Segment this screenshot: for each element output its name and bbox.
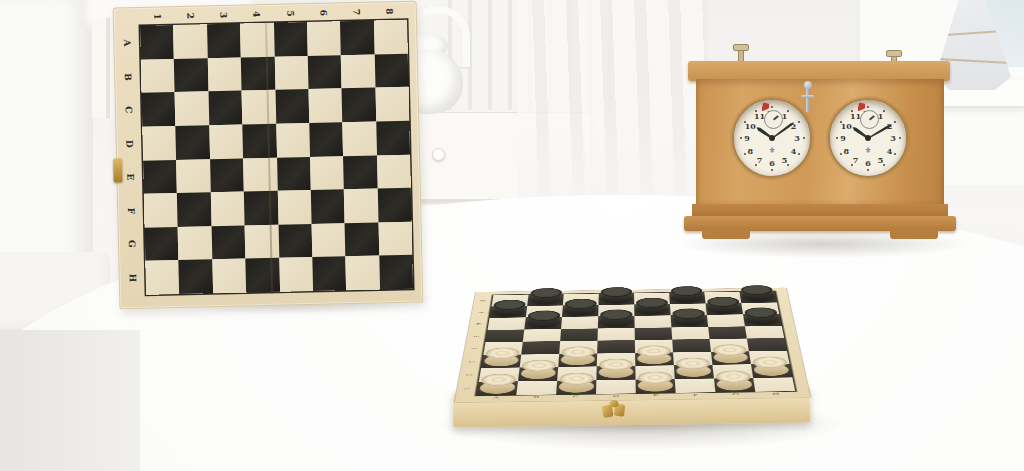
standing-square-E8 — [377, 154, 411, 188]
standing-square-B8 — [374, 53, 408, 87]
dial-number: 7 — [853, 155, 859, 165]
black-checker-b8[interactable] — [530, 295, 561, 305]
standing-square-F8 — [377, 188, 411, 222]
board-square-h6[interactable] — [743, 314, 782, 326]
standing-square-E3 — [210, 158, 244, 192]
standing-square-F6 — [311, 189, 345, 223]
standing-square-E1 — [143, 160, 177, 194]
white-checker-h2[interactable] — [754, 365, 790, 377]
standing-square-D6 — [309, 122, 343, 156]
board-square-b4[interactable] — [521, 341, 560, 354]
clock-top-cap — [688, 61, 950, 81]
rank-label: 1 — [446, 386, 487, 392]
rank-label: 5 — [457, 334, 495, 339]
standing-square-D5 — [276, 123, 310, 157]
standing-square-G5 — [278, 224, 312, 258]
standing-square-F7 — [344, 189, 378, 223]
standing-square-F5 — [277, 190, 311, 224]
clock-button-left[interactable] — [733, 44, 749, 51]
rank-label: 4 — [455, 346, 494, 351]
minute-marker-dot — [798, 121, 800, 123]
standing-square-F1 — [144, 193, 178, 227]
file-label: G — [716, 393, 757, 399]
board-square-d6[interactable] — [598, 316, 635, 328]
winding-key-head — [804, 81, 812, 89]
board-square-d5[interactable] — [598, 328, 635, 341]
black-checker-d6[interactable] — [600, 317, 632, 328]
standing-square-E2 — [176, 159, 210, 193]
winding-key-stem[interactable] — [806, 86, 809, 112]
white-checker-f2[interactable] — [677, 366, 711, 378]
minute-marker-dot — [894, 121, 896, 123]
white-chair-back — [0, 0, 93, 288]
board-square-e3[interactable] — [635, 352, 674, 366]
dial-number: 5 — [878, 155, 884, 165]
standing-square-D7 — [343, 121, 377, 155]
drawer-knob — [432, 148, 445, 161]
black-checker-e7[interactable] — [637, 305, 668, 315]
black-checker-c7[interactable] — [565, 306, 596, 316]
dial-number: 10 — [745, 121, 756, 131]
standing-square-A4 — [240, 23, 274, 57]
minute-marker-dot — [851, 164, 853, 166]
board-square-h5[interactable] — [745, 326, 784, 339]
minute-marker-dot — [771, 169, 773, 171]
standing-square-G6 — [311, 223, 345, 257]
standing-square-H5 — [279, 257, 313, 291]
board-square-h4[interactable] — [747, 338, 787, 351]
board-square-e6[interactable] — [634, 315, 671, 327]
board-square-c7[interactable] — [562, 305, 599, 317]
clock-dial-right: 121234567891011⚜ — [828, 98, 908, 178]
dial-number: 1 — [878, 111, 884, 121]
standing-square-D4 — [242, 124, 276, 158]
standing-square-C8 — [375, 87, 409, 121]
standing-square-G7 — [345, 222, 379, 256]
standing-square-C7 — [342, 88, 376, 122]
seconds-subdial — [860, 110, 879, 129]
file-label: B — [516, 395, 557, 401]
dial-hub — [865, 135, 871, 141]
white-checker-d2[interactable] — [599, 367, 633, 379]
minute-marker-dot — [787, 110, 789, 112]
dial-number: 10 — [841, 121, 852, 131]
seconds-subdial — [764, 110, 783, 129]
dial-number: 7 — [757, 155, 763, 165]
clock-foot-right — [890, 229, 938, 239]
board-square-e7[interactable] — [634, 304, 670, 316]
dial-number: 4 — [791, 146, 797, 156]
minute-marker-dot — [836, 137, 838, 139]
checkers-board: ABCDEFGH 87654321 — [455, 288, 811, 403]
board-square-d1[interactable] — [596, 379, 636, 394]
standing-square-B2 — [174, 58, 208, 92]
board-square-f1[interactable] — [675, 378, 716, 393]
board-square-b6[interactable] — [524, 317, 562, 329]
white-checker-e1[interactable] — [638, 380, 673, 392]
board-square-b2[interactable] — [518, 367, 558, 381]
standing-square-H4 — [245, 258, 279, 292]
minute-marker-dot — [787, 164, 789, 166]
board-square-b8[interactable] — [527, 294, 564, 306]
standing-square-H6 — [312, 257, 346, 291]
board-tilt-plane: ABCDEFGH 87654321 — [455, 288, 811, 403]
dial-number: 4 — [887, 146, 893, 156]
dial-number: 9 — [840, 133, 846, 143]
standing-square-A1 — [140, 25, 174, 59]
standing-square-H7 — [346, 256, 380, 290]
standing-square-A2 — [173, 24, 207, 58]
rank-label: 8 — [465, 298, 502, 303]
board-hinge-latch — [113, 158, 123, 182]
standing-square-G3 — [211, 225, 245, 259]
standing-square-A6 — [307, 21, 341, 55]
standing-square-D3 — [209, 124, 243, 158]
minute-marker-dot — [867, 169, 869, 171]
standing-square-B5 — [274, 56, 308, 90]
dial-number: 8 — [748, 146, 754, 156]
minute-marker-dot — [755, 164, 757, 166]
black-checker-h8[interactable] — [742, 292, 774, 302]
standing-chessboard: 12345678 ABCDEFGH — [113, 1, 424, 310]
white-checker-b2[interactable] — [521, 368, 556, 380]
board-square-g3[interactable] — [711, 351, 751, 365]
standing-square-C1 — [142, 92, 176, 126]
rank-label: 2 — [449, 372, 489, 378]
standing-square-A7 — [340, 21, 374, 55]
board-square-g7[interactable] — [706, 303, 744, 315]
board-square-e5[interactable] — [635, 327, 673, 340]
standing-square-E4 — [243, 157, 277, 191]
dial-number: 8 — [844, 146, 850, 156]
standing-square-E6 — [310, 156, 344, 190]
board-square-g5[interactable] — [708, 326, 747, 339]
dial-number: 6 — [769, 158, 775, 168]
standing-square-H2 — [179, 260, 213, 294]
board-square-g6[interactable] — [707, 314, 745, 326]
minute-marker-dot — [867, 106, 869, 108]
white-checker-g3[interactable] — [714, 352, 748, 364]
standing-square-F2 — [177, 192, 211, 226]
black-checker-f8[interactable] — [672, 293, 703, 303]
minute-marker-dot — [883, 164, 885, 166]
white-checker-c3[interactable] — [561, 354, 595, 366]
checkers-grid — [476, 291, 795, 395]
standing-square-H3 — [212, 259, 246, 293]
board-square-b5[interactable] — [523, 329, 561, 342]
standing-square-C5 — [275, 89, 309, 123]
file-label: E — [636, 394, 676, 400]
standing-square-A3 — [207, 24, 241, 58]
minute-marker-dot — [840, 153, 842, 155]
standing-square-G8 — [378, 222, 412, 256]
standing-square-F3 — [211, 192, 245, 226]
board-square-h8[interactable] — [739, 291, 776, 303]
board-square-f6[interactable] — [671, 315, 709, 327]
board-square-c6[interactable] — [561, 316, 598, 328]
standing-square-C4 — [242, 90, 276, 124]
standing-square-G2 — [178, 226, 212, 260]
clock-dial-left: 121234567891011⚜ — [732, 98, 812, 178]
board-square-c5[interactable] — [560, 328, 598, 341]
dial-number: 3 — [794, 133, 800, 143]
minute-marker-dot — [744, 153, 746, 155]
brass-clasp[interactable] — [603, 403, 627, 419]
minute-marker-dot — [798, 153, 800, 155]
black-checker-h6[interactable] — [746, 315, 779, 326]
standing-square-A5 — [274, 22, 308, 56]
standing-square-G1 — [145, 227, 179, 261]
board-square-c3[interactable] — [558, 353, 597, 367]
black-checker-d8[interactable] — [601, 294, 632, 304]
dial-hub — [769, 135, 775, 141]
maker-emblem: ⚜ — [768, 147, 775, 155]
file-label: H — [755, 392, 796, 398]
standing-square-B6 — [308, 55, 342, 89]
minute-marker-dot — [803, 137, 805, 139]
standing-square-F4 — [244, 191, 278, 225]
winding-key-bar — [801, 95, 814, 98]
standing-square-E7 — [343, 155, 377, 189]
clock-foot-left — [702, 229, 750, 239]
black-checker-b6[interactable] — [527, 318, 559, 329]
minute-marker-dot — [894, 153, 896, 155]
standing-square-H8 — [379, 255, 413, 289]
floor — [0, 330, 140, 471]
file-label: A — [475, 396, 516, 402]
dial-number: 9 — [744, 133, 750, 143]
standing-square-B1 — [141, 59, 175, 93]
standing-square-C2 — [175, 92, 209, 126]
board-square-f2[interactable] — [674, 365, 714, 379]
rank-label: 7 — [462, 310, 499, 315]
minute-marker-dot — [740, 137, 742, 139]
minute-marker-dot — [899, 137, 901, 139]
board-square-f4[interactable] — [672, 339, 711, 352]
maker-emblem: ⚜ — [864, 147, 871, 155]
checkers-board-scene: ABCDEFGH 87654321 — [451, 282, 813, 447]
minute-marker-dot — [883, 110, 885, 112]
seconds-hand — [773, 115, 779, 120]
rank-label: 3 — [452, 359, 492, 364]
board-square-h1[interactable] — [753, 377, 795, 392]
seconds-hand — [869, 115, 875, 120]
board-square-c1[interactable] — [556, 380, 596, 395]
standing-square-D8 — [376, 121, 410, 155]
board-square-d2[interactable] — [596, 366, 635, 380]
board-square-h2[interactable] — [751, 364, 792, 378]
board-square-d8[interactable] — [599, 293, 635, 305]
white-checker-c1[interactable] — [559, 381, 594, 394]
standing-square-C3 — [208, 91, 242, 125]
white-checker-g1[interactable] — [717, 379, 753, 391]
clock-button-right[interactable] — [886, 50, 902, 57]
standing-square-B7 — [341, 54, 375, 88]
board-square-f5[interactable] — [671, 327, 709, 340]
dial-number: 1 — [782, 111, 788, 121]
board-square-f8[interactable] — [669, 292, 705, 304]
standing-square-H1 — [145, 260, 179, 294]
file-label: F — [676, 393, 716, 399]
standing-square-A8 — [374, 20, 408, 54]
dial-number: 3 — [890, 133, 896, 143]
standing-square-C6 — [308, 89, 342, 123]
board-square-g1[interactable] — [714, 378, 755, 393]
standing-square-E5 — [277, 157, 311, 191]
black-checker-f6[interactable] — [673, 316, 705, 327]
dial-number: 6 — [865, 158, 871, 168]
standing-square-G4 — [245, 225, 279, 259]
standing-square-B4 — [241, 56, 275, 90]
board-square-d4[interactable] — [597, 340, 635, 353]
file-label: D — [596, 394, 636, 400]
board-square-e1[interactable] — [636, 379, 676, 394]
board-square-b1[interactable] — [516, 380, 557, 395]
standing-square-D1 — [142, 126, 176, 160]
standing-square-B3 — [208, 57, 242, 91]
file-label: C — [556, 395, 596, 401]
standing-square-D2 — [176, 125, 210, 159]
chess-clock: 121234567891011⚜ 121234567891011⚜ — [684, 44, 956, 244]
dial-number: 5 — [782, 155, 788, 165]
minute-marker-dot — [771, 106, 773, 108]
rank-label: 6 — [460, 322, 498, 327]
black-checker-g7[interactable] — [708, 304, 740, 314]
white-checker-e3[interactable] — [638, 353, 671, 365]
standing-board-grid — [140, 20, 413, 295]
